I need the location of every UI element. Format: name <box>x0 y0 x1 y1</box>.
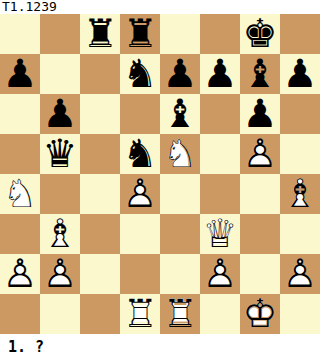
white-pawn[interactable]: ♙ <box>280 254 320 294</box>
square-e2[interactable] <box>160 254 200 294</box>
square-c2[interactable] <box>80 254 120 294</box>
move-prompt: 1. ? <box>8 338 44 356</box>
square-f6[interactable] <box>200 94 240 134</box>
white-pawn[interactable]: ♙ <box>40 254 80 294</box>
black-queen[interactable]: ♛ <box>40 134 80 174</box>
white-pawn[interactable]: ♙ <box>120 174 160 214</box>
square-d4[interactable]: ♟♙ <box>120 174 160 214</box>
square-d6[interactable] <box>120 94 160 134</box>
square-e5[interactable]: ♞♘ <box>160 134 200 174</box>
square-c5[interactable] <box>80 134 120 174</box>
square-g8[interactable]: ♚ <box>240 14 280 54</box>
square-f7[interactable]: ♟ <box>200 54 240 94</box>
square-f5[interactable] <box>200 134 240 174</box>
square-b6[interactable]: ♟ <box>40 94 80 134</box>
black-knight[interactable]: ♞ <box>120 54 160 94</box>
square-c6[interactable] <box>80 94 120 134</box>
white-rook[interactable]: ♖ <box>120 294 160 334</box>
square-e6[interactable]: ♝ <box>160 94 200 134</box>
white-king[interactable]: ♔ <box>240 294 280 334</box>
square-b1[interactable] <box>40 294 80 334</box>
square-e7[interactable]: ♟ <box>160 54 200 94</box>
white-bishop[interactable]: ♗ <box>280 174 320 214</box>
black-pawn[interactable]: ♟ <box>160 54 200 94</box>
square-g1[interactable]: ♚♔ <box>240 294 280 334</box>
square-d3[interactable] <box>120 214 160 254</box>
chess-board: ♜♜♚♟♞♟♟♝♟♟♝♟♛♞♞♘♟♙♞♘♟♙♝♗♝♗♛♕♟♙♟♙♟♙♟♙♜♖♜♖… <box>0 14 320 334</box>
square-a3[interactable] <box>0 214 40 254</box>
black-bishop[interactable]: ♝ <box>160 94 200 134</box>
black-rook[interactable]: ♜ <box>80 14 120 54</box>
black-pawn[interactable]: ♟ <box>40 94 80 134</box>
square-g2[interactable] <box>240 254 280 294</box>
black-pawn[interactable]: ♟ <box>200 54 240 94</box>
square-a6[interactable] <box>0 94 40 134</box>
square-b8[interactable] <box>40 14 80 54</box>
white-queen[interactable]: ♕ <box>200 214 240 254</box>
square-h5[interactable] <box>280 134 320 174</box>
puzzle-id: T1.1239 <box>2 0 57 14</box>
square-e1[interactable]: ♜♖ <box>160 294 200 334</box>
square-b5[interactable]: ♛ <box>40 134 80 174</box>
square-a4[interactable]: ♞♘ <box>0 174 40 214</box>
white-pawn[interactable]: ♙ <box>0 254 40 294</box>
square-g4[interactable] <box>240 174 280 214</box>
square-d1[interactable]: ♜♖ <box>120 294 160 334</box>
square-f1[interactable] <box>200 294 240 334</box>
square-h7[interactable]: ♟ <box>280 54 320 94</box>
square-e4[interactable] <box>160 174 200 214</box>
square-c1[interactable] <box>80 294 120 334</box>
square-g5[interactable]: ♟♙ <box>240 134 280 174</box>
white-knight[interactable]: ♘ <box>160 134 200 174</box>
square-f4[interactable] <box>200 174 240 214</box>
square-g3[interactable] <box>240 214 280 254</box>
square-f2[interactable]: ♟♙ <box>200 254 240 294</box>
square-c3[interactable] <box>80 214 120 254</box>
square-a7[interactable]: ♟ <box>0 54 40 94</box>
black-bishop[interactable]: ♝ <box>240 54 280 94</box>
square-e3[interactable] <box>160 214 200 254</box>
square-g6[interactable]: ♟ <box>240 94 280 134</box>
square-g7[interactable]: ♝ <box>240 54 280 94</box>
square-d7[interactable]: ♞ <box>120 54 160 94</box>
square-h3[interactable] <box>280 214 320 254</box>
black-rook[interactable]: ♜ <box>120 14 160 54</box>
square-a1[interactable] <box>0 294 40 334</box>
square-h2[interactable]: ♟♙ <box>280 254 320 294</box>
square-a5[interactable] <box>0 134 40 174</box>
square-h6[interactable] <box>280 94 320 134</box>
square-a8[interactable] <box>0 14 40 54</box>
square-d8[interactable]: ♜ <box>120 14 160 54</box>
black-pawn[interactable]: ♟ <box>240 94 280 134</box>
black-pawn[interactable]: ♟ <box>280 54 320 94</box>
black-knight[interactable]: ♞ <box>120 134 160 174</box>
square-h8[interactable] <box>280 14 320 54</box>
square-d2[interactable] <box>120 254 160 294</box>
square-c7[interactable] <box>80 54 120 94</box>
square-b2[interactable]: ♟♙ <box>40 254 80 294</box>
square-h4[interactable]: ♝♗ <box>280 174 320 214</box>
square-b4[interactable] <box>40 174 80 214</box>
black-king[interactable]: ♚ <box>240 14 280 54</box>
square-a2[interactable]: ♟♙ <box>0 254 40 294</box>
square-c4[interactable] <box>80 174 120 214</box>
black-pawn[interactable]: ♟ <box>0 54 40 94</box>
white-rook[interactable]: ♖ <box>160 294 200 334</box>
square-f8[interactable] <box>200 14 240 54</box>
white-bishop[interactable]: ♗ <box>40 214 80 254</box>
square-c8[interactable]: ♜ <box>80 14 120 54</box>
square-h1[interactable] <box>280 294 320 334</box>
square-b7[interactable] <box>40 54 80 94</box>
square-f3[interactable]: ♛♕ <box>200 214 240 254</box>
square-e8[interactable] <box>160 14 200 54</box>
white-pawn[interactable]: ♙ <box>200 254 240 294</box>
square-b3[interactable]: ♝♗ <box>40 214 80 254</box>
white-pawn[interactable]: ♙ <box>240 134 280 174</box>
square-d5[interactable]: ♞ <box>120 134 160 174</box>
white-knight[interactable]: ♘ <box>0 174 40 214</box>
